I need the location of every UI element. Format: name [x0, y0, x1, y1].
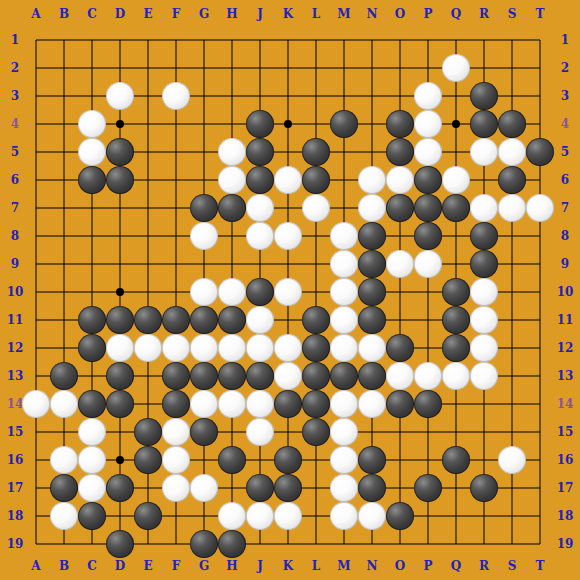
col-label-top-R: R	[479, 8, 489, 20]
stone-white-M8[interactable]	[330, 222, 358, 250]
stone-black-E11[interactable]	[134, 306, 162, 334]
stone-black-S4[interactable]	[498, 110, 526, 138]
stone-black-F11[interactable]	[162, 306, 190, 334]
stone-white-R5[interactable]	[470, 138, 498, 166]
row-label-right-5: 5	[561, 146, 569, 158]
stone-white-Q6[interactable]	[442, 166, 470, 194]
stone-white-P5[interactable]	[414, 138, 442, 166]
stone-white-R11[interactable]	[470, 306, 498, 334]
col-label-bottom-K: K	[283, 560, 293, 572]
stone-white-J18[interactable]	[246, 502, 274, 530]
row-label-left-18: 18	[7, 510, 24, 522]
stone-black-O4[interactable]	[386, 110, 414, 138]
stone-white-H12[interactable]	[218, 334, 246, 362]
stone-white-Q2[interactable]	[442, 54, 470, 82]
stone-black-P8[interactable]	[414, 222, 442, 250]
stone-white-R10[interactable]	[470, 278, 498, 306]
stone-black-Q12[interactable]	[442, 334, 470, 362]
stone-black-Q7[interactable]	[442, 194, 470, 222]
stone-black-E18[interactable]	[134, 502, 162, 530]
stone-black-R4[interactable]	[470, 110, 498, 138]
row-label-right-16: 16	[557, 454, 574, 466]
stone-black-L5[interactable]	[302, 138, 330, 166]
stone-white-K8[interactable]	[274, 222, 302, 250]
row-label-right-11: 11	[557, 314, 574, 326]
stone-black-L11[interactable]	[302, 306, 330, 334]
stone-black-O18[interactable]	[386, 502, 414, 530]
stone-black-O14[interactable]	[386, 390, 414, 418]
row-label-right-7: 7	[561, 202, 569, 214]
stone-black-Q10[interactable]	[442, 278, 470, 306]
stone-white-B14[interactable]	[50, 390, 78, 418]
stone-white-F3[interactable]	[162, 82, 190, 110]
col-label-top-G: G	[199, 8, 209, 20]
stone-white-M15[interactable]	[330, 418, 358, 446]
row-label-right-3: 3	[561, 90, 569, 102]
row-label-left-7: 7	[11, 202, 19, 214]
stone-white-F15[interactable]	[162, 418, 190, 446]
stone-white-E12[interactable]	[134, 334, 162, 362]
stone-white-C15[interactable]	[78, 418, 106, 446]
row-label-left-5: 5	[11, 146, 19, 158]
stone-white-P13[interactable]	[414, 362, 442, 390]
row-label-right-8: 8	[561, 230, 569, 242]
stone-white-P9[interactable]	[414, 250, 442, 278]
col-label-bottom-S: S	[508, 560, 517, 572]
stone-white-K13[interactable]	[274, 362, 302, 390]
stone-black-C6[interactable]	[78, 166, 106, 194]
row-label-left-11: 11	[7, 314, 24, 326]
col-label-top-L: L	[312, 8, 320, 20]
stone-black-D6[interactable]	[106, 166, 134, 194]
stone-black-P17[interactable]	[414, 474, 442, 502]
stone-white-B18[interactable]	[50, 502, 78, 530]
stone-white-N6[interactable]	[358, 166, 386, 194]
row-label-left-6: 6	[11, 174, 19, 186]
stone-black-D14[interactable]	[106, 390, 134, 418]
stone-black-L13[interactable]	[302, 362, 330, 390]
row-label-right-4: 4	[561, 118, 569, 130]
col-label-top-E: E	[143, 8, 152, 20]
col-label-top-J: J	[257, 8, 263, 20]
stone-white-F16[interactable]	[162, 446, 190, 474]
col-label-bottom-M: M	[337, 560, 350, 572]
stone-white-R7[interactable]	[470, 194, 498, 222]
row-label-left-2: 2	[11, 62, 19, 74]
row-label-right-6: 6	[561, 174, 569, 186]
col-label-bottom-O: O	[395, 560, 405, 572]
stone-black-G11[interactable]	[190, 306, 218, 334]
stone-black-C11[interactable]	[78, 306, 106, 334]
row-label-right-18: 18	[557, 510, 574, 522]
stone-black-N16[interactable]	[358, 446, 386, 474]
stone-black-L15[interactable]	[302, 418, 330, 446]
col-label-top-C: C	[87, 8, 97, 20]
stone-white-P3[interactable]	[414, 82, 442, 110]
stone-white-H18[interactable]	[218, 502, 246, 530]
stone-white-H6[interactable]	[218, 166, 246, 194]
stone-white-M16[interactable]	[330, 446, 358, 474]
col-label-bottom-F: F	[172, 560, 181, 572]
stone-white-N14[interactable]	[358, 390, 386, 418]
stone-black-F13[interactable]	[162, 362, 190, 390]
stone-black-R3[interactable]	[470, 82, 498, 110]
stone-black-G15[interactable]	[190, 418, 218, 446]
stone-white-L7[interactable]	[302, 194, 330, 222]
stone-black-D11[interactable]	[106, 306, 134, 334]
stone-white-M14[interactable]	[330, 390, 358, 418]
row-label-left-13: 13	[7, 370, 24, 382]
stone-white-J12[interactable]	[246, 334, 274, 362]
stone-white-O6[interactable]	[386, 166, 414, 194]
stone-white-T7[interactable]	[526, 194, 554, 222]
stone-black-J17[interactable]	[246, 474, 274, 502]
col-label-bottom-T: T	[536, 560, 545, 572]
star-point-K4	[284, 120, 292, 128]
stone-white-P4[interactable]	[414, 110, 442, 138]
col-label-top-O: O	[395, 8, 405, 20]
stone-white-S5[interactable]	[498, 138, 526, 166]
col-label-bottom-L: L	[312, 560, 320, 572]
col-label-top-N: N	[367, 8, 378, 20]
stone-white-M9[interactable]	[330, 250, 358, 278]
row-label-right-17: 17	[557, 482, 574, 494]
stone-black-D19[interactable]	[106, 530, 134, 558]
stone-white-F17[interactable]	[162, 474, 190, 502]
row-label-left-17: 17	[7, 482, 24, 494]
row-label-right-19: 19	[557, 538, 574, 550]
stone-white-G14[interactable]	[190, 390, 218, 418]
stone-black-H11[interactable]	[218, 306, 246, 334]
stone-black-Q11[interactable]	[442, 306, 470, 334]
stone-white-N18[interactable]	[358, 502, 386, 530]
stone-black-O7[interactable]	[386, 194, 414, 222]
col-label-bottom-B: B	[59, 560, 69, 572]
stone-white-R12[interactable]	[470, 334, 498, 362]
col-label-top-M: M	[337, 8, 350, 20]
stone-white-J15[interactable]	[246, 418, 274, 446]
stone-black-T5[interactable]	[526, 138, 554, 166]
stone-white-H14[interactable]	[218, 390, 246, 418]
stone-white-S7[interactable]	[498, 194, 526, 222]
stone-white-K12[interactable]	[274, 334, 302, 362]
col-label-top-Q: Q	[451, 8, 461, 20]
col-label-top-B: B	[59, 8, 69, 20]
col-label-bottom-D: D	[115, 560, 125, 572]
stone-black-H19[interactable]	[218, 530, 246, 558]
col-label-top-P: P	[423, 8, 432, 20]
stone-white-M17[interactable]	[330, 474, 358, 502]
stone-white-K18[interactable]	[274, 502, 302, 530]
row-label-left-14: 14	[7, 398, 24, 410]
stone-black-L14[interactable]	[302, 390, 330, 418]
row-label-left-1: 1	[11, 34, 19, 46]
stone-black-G19[interactable]	[190, 530, 218, 558]
row-label-right-9: 9	[561, 258, 569, 270]
stone-black-J4[interactable]	[246, 110, 274, 138]
stone-white-C4[interactable]	[78, 110, 106, 138]
col-label-top-D: D	[115, 8, 125, 20]
stone-black-P6[interactable]	[414, 166, 442, 194]
col-label-bottom-H: H	[226, 560, 237, 572]
col-label-bottom-A: A	[31, 560, 40, 572]
star-point-Q4	[452, 120, 460, 128]
stone-black-N10[interactable]	[358, 278, 386, 306]
stone-black-K16[interactable]	[274, 446, 302, 474]
col-label-bottom-N: N	[367, 560, 378, 572]
col-label-top-F: F	[172, 8, 181, 20]
stone-white-C5[interactable]	[78, 138, 106, 166]
stone-black-D17[interactable]	[106, 474, 134, 502]
stone-black-K14[interactable]	[274, 390, 302, 418]
col-label-bottom-Q: Q	[451, 560, 461, 572]
stone-white-C16[interactable]	[78, 446, 106, 474]
stone-black-H13[interactable]	[218, 362, 246, 390]
stone-white-S16[interactable]	[498, 446, 526, 474]
stone-black-N11[interactable]	[358, 306, 386, 334]
stone-black-P14[interactable]	[414, 390, 442, 418]
row-label-left-9: 9	[11, 258, 19, 270]
row-label-left-16: 16	[7, 454, 24, 466]
stone-white-M12[interactable]	[330, 334, 358, 362]
stone-black-J6[interactable]	[246, 166, 274, 194]
star-point-D16	[116, 456, 124, 464]
stone-white-K10[interactable]	[274, 278, 302, 306]
row-label-right-15: 15	[557, 426, 574, 438]
stone-white-G10[interactable]	[190, 278, 218, 306]
stone-black-N8[interactable]	[358, 222, 386, 250]
stone-black-P7[interactable]	[414, 194, 442, 222]
stone-white-A14[interactable]	[22, 390, 50, 418]
col-label-top-T: T	[536, 8, 545, 20]
stone-black-M4[interactable]	[330, 110, 358, 138]
go-board[interactable]: AABBCCDDEEFFGGHHJJKKLLMMNNOOPPQQRRSSTT11…	[0, 0, 580, 580]
stone-black-N9[interactable]	[358, 250, 386, 278]
stone-black-M13[interactable]	[330, 362, 358, 390]
stone-black-R8[interactable]	[470, 222, 498, 250]
stone-black-C14[interactable]	[78, 390, 106, 418]
col-label-top-K: K	[283, 8, 293, 20]
stone-black-B17[interactable]	[50, 474, 78, 502]
stone-black-E16[interactable]	[134, 446, 162, 474]
stone-white-G8[interactable]	[190, 222, 218, 250]
row-label-right-13: 13	[557, 370, 574, 382]
row-label-left-8: 8	[11, 230, 19, 242]
star-point-D10	[116, 288, 124, 296]
stone-white-J11[interactable]	[246, 306, 274, 334]
stone-black-H7[interactable]	[218, 194, 246, 222]
stone-black-N13[interactable]	[358, 362, 386, 390]
col-label-top-S: S	[508, 8, 517, 20]
row-label-left-4: 4	[11, 118, 19, 130]
stone-black-K17[interactable]	[274, 474, 302, 502]
stone-black-D13[interactable]	[106, 362, 134, 390]
stone-black-L12[interactable]	[302, 334, 330, 362]
stone-white-F12[interactable]	[162, 334, 190, 362]
stone-black-S6[interactable]	[498, 166, 526, 194]
stone-white-N7[interactable]	[358, 194, 386, 222]
stone-black-L6[interactable]	[302, 166, 330, 194]
stone-white-O9[interactable]	[386, 250, 414, 278]
col-label-bottom-C: C	[87, 560, 97, 572]
stone-white-J14[interactable]	[246, 390, 274, 418]
row-label-left-15: 15	[7, 426, 24, 438]
stone-black-N17[interactable]	[358, 474, 386, 502]
stone-black-R17[interactable]	[470, 474, 498, 502]
stone-white-J7[interactable]	[246, 194, 274, 222]
stone-white-B16[interactable]	[50, 446, 78, 474]
stone-black-D5[interactable]	[106, 138, 134, 166]
stone-black-G13[interactable]	[190, 362, 218, 390]
stone-black-E15[interactable]	[134, 418, 162, 446]
stone-white-D12[interactable]	[106, 334, 134, 362]
stone-black-J13[interactable]	[246, 362, 274, 390]
stone-black-J5[interactable]	[246, 138, 274, 166]
stone-black-H16[interactable]	[218, 446, 246, 474]
row-label-left-3: 3	[11, 90, 19, 102]
stone-white-G17[interactable]	[190, 474, 218, 502]
stone-white-C17[interactable]	[78, 474, 106, 502]
stone-white-M11[interactable]	[330, 306, 358, 334]
stone-black-R9[interactable]	[470, 250, 498, 278]
stone-white-M10[interactable]	[330, 278, 358, 306]
stone-white-H5[interactable]	[218, 138, 246, 166]
stone-black-C18[interactable]	[78, 502, 106, 530]
stone-black-O12[interactable]	[386, 334, 414, 362]
col-label-top-A: A	[31, 8, 40, 20]
col-label-bottom-J: J	[257, 560, 263, 572]
row-label-left-12: 12	[7, 342, 24, 354]
stone-white-R13[interactable]	[470, 362, 498, 390]
stone-black-B13[interactable]	[50, 362, 78, 390]
stone-white-H10[interactable]	[218, 278, 246, 306]
row-label-left-10: 10	[7, 286, 24, 298]
stone-white-N12[interactable]	[358, 334, 386, 362]
stone-white-D3[interactable]	[106, 82, 134, 110]
col-label-bottom-G: G	[199, 560, 209, 572]
stone-black-F14[interactable]	[162, 390, 190, 418]
stone-white-M18[interactable]	[330, 502, 358, 530]
stone-black-G7[interactable]	[190, 194, 218, 222]
stone-white-K6[interactable]	[274, 166, 302, 194]
row-label-left-19: 19	[7, 538, 24, 550]
row-label-right-2: 2	[561, 62, 569, 74]
col-label-top-H: H	[226, 8, 237, 20]
stone-black-O5[interactable]	[386, 138, 414, 166]
row-label-right-12: 12	[557, 342, 574, 354]
stone-black-Q16[interactable]	[442, 446, 470, 474]
row-label-right-1: 1	[561, 34, 569, 46]
col-label-bottom-E: E	[143, 560, 152, 572]
stone-white-O13[interactable]	[386, 362, 414, 390]
star-point-D4	[116, 120, 124, 128]
row-label-right-10: 10	[557, 286, 574, 298]
stone-black-C12[interactable]	[78, 334, 106, 362]
stone-white-Q13[interactable]	[442, 362, 470, 390]
col-label-bottom-P: P	[423, 560, 432, 572]
stone-black-J10[interactable]	[246, 278, 274, 306]
stone-white-J8[interactable]	[246, 222, 274, 250]
col-label-bottom-R: R	[479, 560, 489, 572]
row-label-right-14: 14	[557, 398, 574, 410]
stone-white-G12[interactable]	[190, 334, 218, 362]
